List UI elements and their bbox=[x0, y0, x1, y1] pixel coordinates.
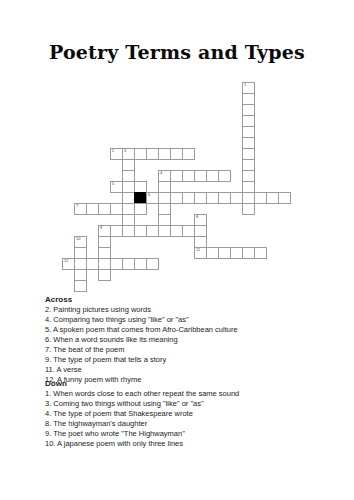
clue-9: 9. The type of poem that tells a story bbox=[45, 355, 238, 365]
clue-number: 10 bbox=[76, 237, 80, 241]
clue-2: 2. Painting pictures using words bbox=[45, 305, 238, 315]
clue-number: 8 bbox=[196, 215, 198, 219]
down-section: Down 1. When words close to each other r… bbox=[45, 379, 239, 449]
across-heading: Across bbox=[45, 295, 238, 305]
across-clue-list: 2. Painting pictures using words4. Compa… bbox=[45, 305, 238, 385]
clue-number: 9 bbox=[100, 226, 102, 230]
grid-cell[interactable] bbox=[218, 170, 231, 182]
grid-cell[interactable] bbox=[242, 203, 255, 215]
grid-cell[interactable] bbox=[74, 280, 87, 292]
clue-number: 2 bbox=[112, 149, 114, 153]
crossword-grid: 123456789101112 bbox=[62, 82, 292, 293]
grid-cell[interactable] bbox=[278, 192, 291, 204]
down-heading: Down bbox=[45, 379, 239, 389]
clue-number: 11 bbox=[196, 248, 200, 252]
clue-6: 6. When a word sounds like its meaning bbox=[45, 335, 238, 345]
clue-number: 3 bbox=[124, 149, 126, 153]
clue-number: 5 bbox=[112, 182, 114, 186]
clue-9: 9. The poet who wrote "The Highwayman" bbox=[45, 429, 239, 439]
clue-number: 4 bbox=[160, 171, 162, 175]
puzzle-title: Poetry Terms and Types bbox=[0, 41, 354, 63]
clue-4: 4. The type of poem that Shakespeare wro… bbox=[45, 409, 239, 419]
clue-3: 3. Coming two things without using "like… bbox=[45, 399, 239, 409]
clue-number: 12 bbox=[64, 259, 68, 263]
clue-8: 8. The highwayman's daughter bbox=[45, 419, 239, 429]
clue-number: 1 bbox=[244, 83, 246, 87]
clue-11: 11. A verse bbox=[45, 365, 238, 375]
clue-number: 7 bbox=[76, 204, 78, 208]
grid-cell[interactable] bbox=[254, 247, 267, 259]
grid-cell[interactable] bbox=[182, 148, 195, 160]
clue-number: 6 bbox=[148, 193, 150, 197]
clue-7: 7. The beat of the poem bbox=[45, 345, 238, 355]
clue-1: 1. When words close to each other repeat… bbox=[45, 389, 239, 399]
clue-5: 5. A spoken poem that comes from Afro-Ca… bbox=[45, 325, 238, 335]
down-clue-list: 1. When words close to each other repeat… bbox=[45, 389, 239, 449]
worksheet-page: Poetry Terms and Types 123456789101112 A… bbox=[0, 0, 354, 500]
grid-cell[interactable] bbox=[98, 269, 111, 281]
clue-4: 4. Comparing two things using "like" or … bbox=[45, 315, 238, 325]
clue-10: 10. A japanese poem with only three line… bbox=[45, 439, 239, 449]
across-section: Across 2. Painting pictures using words4… bbox=[45, 295, 238, 385]
grid-cell[interactable] bbox=[134, 203, 147, 215]
grid-cell[interactable] bbox=[146, 258, 159, 270]
